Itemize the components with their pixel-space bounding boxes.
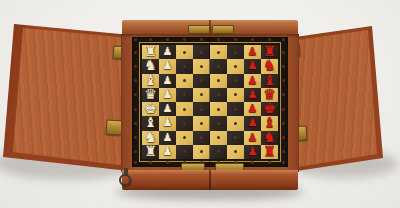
peg-hole-icon [183, 150, 186, 153]
peg-hole-icon [134, 51, 137, 54]
board-fold-seam [209, 37, 210, 167]
piece-red-pawn[interactable]: ♟ [248, 74, 258, 85]
board-square[interactable] [210, 59, 227, 73]
peg-hole-icon [183, 122, 186, 125]
piece-red-pawn[interactable]: ♟ [248, 117, 258, 128]
board-square[interactable] [193, 74, 210, 88]
peg-hole-icon [234, 38, 237, 41]
peg-hole-icon [234, 79, 237, 82]
board-square[interactable] [193, 116, 210, 130]
peg-hole-icon [200, 79, 203, 82]
board-square[interactable] [210, 102, 227, 116]
piece-red-king[interactable]: ♚ [263, 101, 276, 115]
board-square[interactable]: ♟ [159, 59, 176, 73]
peg-hole-icon [183, 136, 186, 139]
piece-white-pawn[interactable]: ♟ [163, 60, 173, 71]
peg-hole-icon [183, 65, 186, 68]
piece-white-bishop[interactable]: ♝ [144, 73, 157, 87]
board-square[interactable]: ♜ [142, 145, 159, 159]
board-square[interactable] [176, 88, 193, 102]
piece-white-pawn[interactable]: ♟ [163, 46, 173, 57]
piece-red-bishop[interactable]: ♝ [263, 115, 276, 129]
board-square[interactable] [210, 74, 227, 88]
peg-hole-icon [217, 150, 220, 153]
piece-red-pawn[interactable]: ♟ [248, 89, 258, 100]
piece-white-rook[interactable]: ♜ [144, 144, 157, 158]
piece-red-knight[interactable]: ♞ [263, 130, 276, 144]
board-square[interactable]: ♟ [244, 59, 261, 73]
peg-hole-icon [282, 51, 285, 54]
peg-hole-icon [200, 136, 203, 139]
board-square[interactable]: ♟ [159, 116, 176, 130]
peg-hole-icon [234, 136, 237, 139]
peg-hole-icon [200, 108, 203, 111]
board-square[interactable] [210, 45, 227, 59]
peg-hole-icon [282, 136, 285, 139]
board-square[interactable] [176, 131, 193, 145]
peg-hole-icon [134, 136, 137, 139]
peg-hole-icon [217, 136, 220, 139]
board-squares: ♜♟♟♜♞♟♟♞♝♟♟♝♛♟♟♛♚♟♟♚♝♟♟♝♞♟♟♞♜♟♟♜ [142, 45, 278, 159]
peg-hole-icon [166, 161, 169, 164]
board-square[interactable] [193, 88, 210, 102]
peg-hole-icon [149, 38, 152, 41]
piece-red-queen[interactable]: ♛ [263, 87, 276, 101]
clasp-hook-icon[interactable] [119, 174, 131, 186]
board-square[interactable] [210, 145, 227, 159]
piece-white-pawn[interactable]: ♟ [163, 89, 173, 100]
piece-red-bishop[interactable]: ♝ [263, 73, 276, 87]
peg-hole-icon [217, 79, 220, 82]
peg-hole-icon [234, 65, 237, 68]
peg-hole-icon [200, 65, 203, 68]
board-square[interactable] [176, 116, 193, 130]
piece-white-pawn[interactable]: ♟ [163, 146, 173, 157]
peg-hole-icon [282, 65, 285, 68]
board-square[interactable] [227, 131, 244, 145]
peg-hole-icon [282, 79, 285, 82]
board-square[interactable]: ♟ [244, 88, 261, 102]
board-square[interactable]: ♟ [244, 45, 261, 59]
piece-red-pawn[interactable]: ♟ [248, 60, 258, 71]
piece-white-pawn[interactable]: ♟ [163, 131, 173, 142]
peg-hole-icon [234, 51, 237, 54]
board-square[interactable]: ♟ [159, 102, 176, 116]
peg-hole-icon [183, 79, 186, 82]
board-square[interactable] [193, 145, 210, 159]
case-front-fold-seam [209, 170, 211, 190]
piece-white-knight[interactable]: ♞ [144, 58, 157, 72]
peg-hole-icon [217, 51, 220, 54]
board-square[interactable]: ♟ [244, 145, 261, 159]
piece-white-pawn[interactable]: ♟ [163, 74, 173, 85]
peg-hole-icon [134, 93, 137, 96]
peg-hole-icon [234, 93, 237, 96]
board-square[interactable]: ♟ [244, 116, 261, 130]
piece-white-rook[interactable]: ♜ [144, 44, 157, 58]
board-square[interactable] [176, 74, 193, 88]
board-square[interactable]: ♟ [159, 45, 176, 59]
peg-hole-icon [134, 150, 137, 153]
peg-hole-icon [200, 93, 203, 96]
board-square[interactable]: ♜ [261, 145, 278, 159]
peg-hole-icon [282, 38, 285, 41]
peg-hole-icon [282, 108, 285, 111]
piece-white-pawn[interactable]: ♟ [163, 117, 173, 128]
peg-hole-icon [234, 108, 237, 111]
peg-hole-icon [134, 65, 137, 68]
board-square[interactable]: ♟ [159, 145, 176, 159]
peg-hole-icon [149, 161, 152, 164]
board-square[interactable] [176, 45, 193, 59]
piece-red-pawn[interactable]: ♟ [248, 46, 258, 57]
board-square[interactable]: ♟ [244, 102, 261, 116]
board-square[interactable] [227, 116, 244, 130]
board-square[interactable] [227, 145, 244, 159]
peg-hole-icon [268, 38, 271, 41]
peg-hole-icon [268, 161, 271, 164]
peg-hole-icon [217, 93, 220, 96]
board-square[interactable] [210, 88, 227, 102]
peg-hole-icon [282, 93, 285, 96]
peg-hole-icon [251, 161, 254, 164]
board-square[interactable]: ♟ [244, 131, 261, 145]
peg-hole-icon [183, 108, 186, 111]
board-square[interactable]: ♟ [244, 74, 261, 88]
peg-hole-icon [217, 38, 220, 41]
peg-hole-icon [217, 122, 220, 125]
piece-red-knight[interactable]: ♞ [263, 58, 276, 72]
peg-hole-icon [166, 38, 169, 41]
piece-white-bishop[interactable]: ♝ [144, 115, 157, 129]
board-square[interactable]: ♟ [159, 131, 176, 145]
peg-hole-icon [183, 93, 186, 96]
fold-hinge-top-right-icon [212, 25, 234, 34]
peg-hole-icon [234, 150, 237, 153]
peg-hole-icon [200, 150, 203, 153]
peg-hole-icon [217, 108, 220, 111]
board-square[interactable] [193, 131, 210, 145]
peg-hole-icon [282, 161, 285, 164]
piece-red-pawn[interactable]: ♟ [248, 103, 258, 114]
board-square[interactable] [176, 59, 193, 73]
peg-hole-icon [200, 51, 203, 54]
board-square[interactable] [227, 45, 244, 59]
board-square[interactable] [227, 74, 244, 88]
board-square[interactable] [193, 102, 210, 116]
board-square[interactable] [227, 59, 244, 73]
peg-hole-icon [282, 122, 285, 125]
peg-hole-icon [234, 122, 237, 125]
peg-hole-icon [134, 122, 137, 125]
board-square[interactable]: ♟ [159, 74, 176, 88]
board-square[interactable] [210, 116, 227, 130]
peg-hole-icon [134, 79, 137, 82]
piece-white-pawn[interactable]: ♟ [163, 103, 173, 114]
board-square[interactable] [176, 102, 193, 116]
peg-hole-icon [251, 38, 254, 41]
piece-white-queen[interactable]: ♛ [144, 87, 157, 101]
peg-hole-icon [183, 38, 186, 41]
peg-hole-icon [134, 108, 137, 111]
peg-hole-icon [217, 65, 220, 68]
board-square[interactable] [227, 102, 244, 116]
travel-chess-set-photo: ♜♟♟♜♞♟♟♞♝♟♟♝♛♟♟♛♚♟♟♚♝♟♟♝♞♟♟♞♜♟♟♜ [0, 0, 400, 208]
board-square[interactable] [193, 45, 210, 59]
board-square[interactable]: ♟ [159, 88, 176, 102]
board-square[interactable] [210, 131, 227, 145]
piece-white-king[interactable]: ♚ [144, 101, 157, 115]
piece-red-pawn[interactable]: ♟ [248, 131, 258, 142]
piece-red-rook[interactable]: ♜ [263, 144, 276, 158]
fold-hinge-top-left-icon [188, 25, 210, 34]
piece-red-pawn[interactable]: ♟ [248, 146, 258, 157]
peg-hole-icon [183, 51, 186, 54]
peg-hole-icon [282, 150, 285, 153]
piece-red-rook[interactable]: ♜ [263, 44, 276, 58]
board-square[interactable] [227, 88, 244, 102]
peg-hole-icon [134, 38, 137, 41]
peg-hole-icon [134, 161, 137, 164]
board-square[interactable] [176, 145, 193, 159]
board-square[interactable] [193, 59, 210, 73]
board: ♜♟♟♜♞♟♟♞♝♟♟♝♛♟♟♛♚♟♟♚♝♟♟♝♞♟♟♞♜♟♟♜ [132, 37, 288, 167]
peg-hole-icon [200, 122, 203, 125]
peg-hole-icon [200, 38, 203, 41]
piece-white-knight[interactable]: ♞ [144, 130, 157, 144]
